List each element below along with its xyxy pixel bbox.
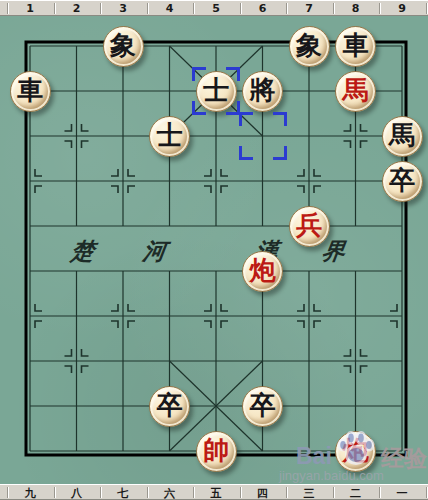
piece-black-車-f8r1[interactable]: 車 — [335, 26, 376, 67]
file-label-bottom-7: 三 — [294, 486, 324, 500]
coord-tick — [426, 487, 428, 498]
file-label-bottom-4: 六 — [155, 486, 185, 500]
piece-glyph: 炮 — [250, 257, 276, 283]
file-label-bottom-8: 二 — [341, 486, 371, 500]
coord-tick — [54, 487, 56, 498]
bottom-coordinate-bar: 九八七六五四三二一 — [0, 484, 428, 500]
coord-tick — [333, 3, 335, 14]
coord-tick — [426, 3, 428, 14]
piece-red-炮-f8r10[interactable]: 炮 — [335, 431, 376, 472]
file-label-top-3: 3 — [108, 2, 138, 15]
piece-red-馬-f8r2[interactable]: 馬 — [335, 71, 376, 112]
xiangqi-app: 123456789 九八七六五四三二一 Bai 经验 jingyan.baidu… — [0, 0, 428, 500]
piece-glyph: 車 — [343, 32, 369, 58]
piece-black-車-f1r2[interactable]: 車 — [10, 71, 51, 112]
piece-glyph: 馬 — [389, 122, 415, 148]
coord-tick — [379, 487, 381, 498]
file-label-top-4: 4 — [155, 2, 185, 15]
piece-glyph: 將 — [250, 77, 276, 103]
river-text-char: 楚 — [69, 236, 96, 267]
top-coordinate-bar: 123456789 — [0, 0, 428, 16]
coord-tick — [7, 3, 9, 14]
piece-black-卒-f6r9[interactable]: 卒 — [242, 386, 283, 427]
coord-tick — [147, 3, 149, 14]
piece-glyph: 卒 — [250, 392, 276, 418]
file-label-top-1: 1 — [15, 2, 45, 15]
piece-glyph: 卒 — [389, 167, 415, 193]
file-label-bottom-2: 八 — [62, 486, 92, 500]
file-label-top-2: 2 — [62, 2, 92, 15]
piece-glyph: 帥 — [203, 437, 229, 463]
piece-glyph: 士 — [157, 122, 183, 148]
file-label-top-9: 9 — [387, 2, 417, 15]
file-label-bottom-3: 七 — [108, 486, 138, 500]
coord-tick — [54, 3, 56, 14]
piece-red-帥-f5r10[interactable]: 帥 — [196, 431, 237, 472]
piece-black-卒-f9r4[interactable]: 卒 — [382, 161, 423, 202]
piece-glyph: 卒 — [157, 392, 183, 418]
coord-tick — [379, 3, 381, 14]
piece-black-象-f3r1[interactable]: 象 — [103, 26, 144, 67]
river-text-char: 河 — [141, 236, 168, 267]
coord-tick — [100, 3, 102, 14]
coord-tick — [240, 3, 242, 14]
piece-glyph: 象 — [296, 32, 322, 58]
file-label-top-8: 8 — [341, 2, 371, 15]
piece-black-馬-f9r3[interactable]: 馬 — [382, 116, 423, 157]
file-label-bottom-1: 九 — [15, 486, 45, 500]
piece-red-炮-f6r6[interactable]: 炮 — [242, 251, 283, 292]
coord-tick — [100, 487, 102, 498]
piece-glyph: 馬 — [343, 77, 369, 103]
coord-tick — [286, 487, 288, 498]
coord-tick — [193, 3, 195, 14]
piece-glyph: 車 — [17, 77, 43, 103]
coord-tick — [240, 487, 242, 498]
piece-black-卒-f4r9[interactable]: 卒 — [149, 386, 190, 427]
coord-tick — [7, 487, 9, 498]
file-label-bottom-6: 四 — [248, 486, 278, 500]
coord-tick — [333, 487, 335, 498]
piece-glyph: 炮 — [343, 437, 369, 463]
piece-red-兵-f7r5[interactable]: 兵 — [289, 206, 330, 247]
coord-tick — [147, 487, 149, 498]
piece-black-將-f6r2[interactable]: 將 — [242, 71, 283, 112]
file-label-top-6: 6 — [248, 2, 278, 15]
piece-black-象-f7r1[interactable]: 象 — [289, 26, 330, 67]
file-label-top-7: 7 — [294, 2, 324, 15]
piece-black-士-f5r2[interactable]: 士 — [196, 71, 237, 112]
piece-glyph: 兵 — [296, 212, 322, 238]
coord-tick — [193, 487, 195, 498]
coord-tick — [286, 3, 288, 14]
piece-black-士-f4r3[interactable]: 士 — [149, 116, 190, 157]
file-label-bottom-9: 一 — [387, 486, 417, 500]
piece-glyph: 象 — [110, 32, 136, 58]
file-label-top-5: 5 — [201, 2, 231, 15]
file-label-bottom-5: 五 — [201, 486, 231, 500]
piece-glyph: 士 — [203, 77, 229, 103]
